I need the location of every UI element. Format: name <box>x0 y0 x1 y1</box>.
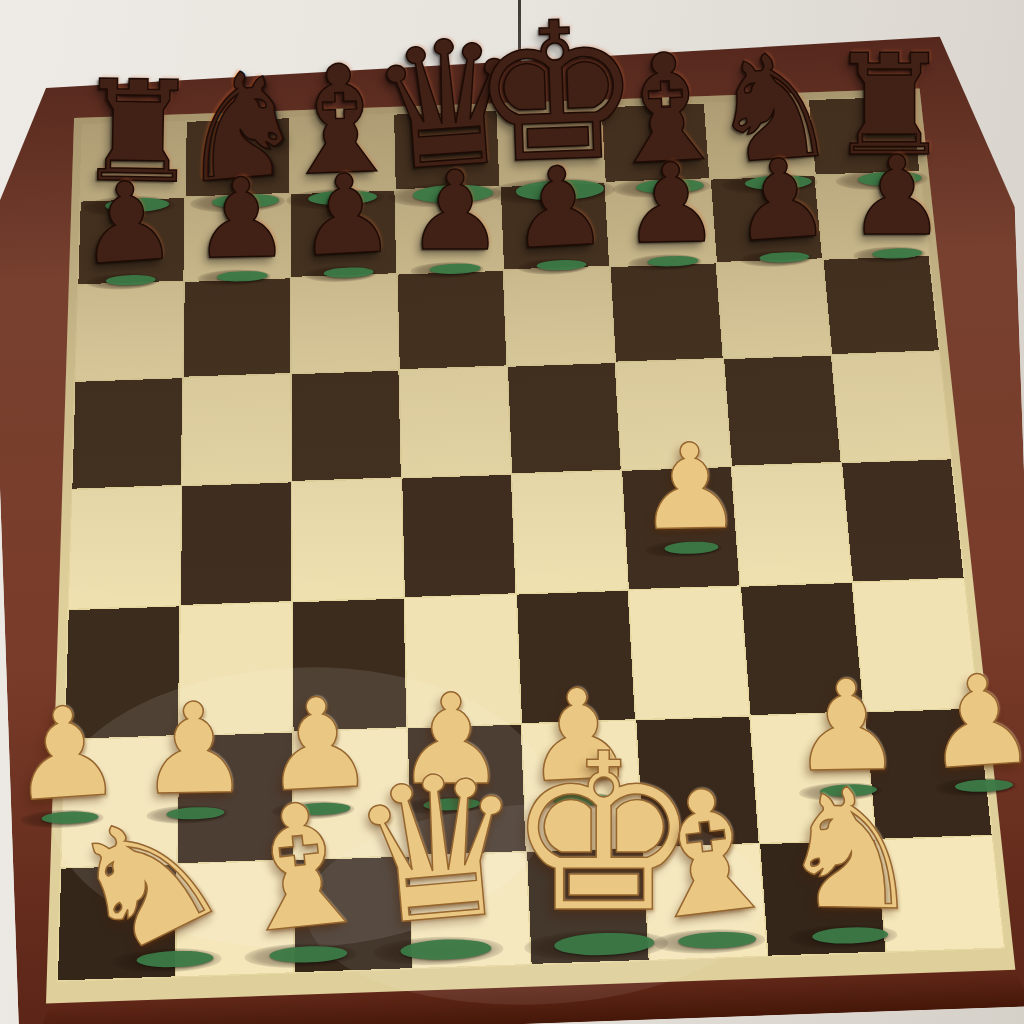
piece-black-pawn-c7[interactable]: ♟ <box>296 159 398 272</box>
square-e4[interactable] <box>511 470 628 594</box>
square-h6[interactable] <box>823 255 940 355</box>
white-bishop-glyph: ♝ <box>622 760 794 947</box>
white-knight-glyph: ♞ <box>776 767 927 935</box>
square-d5[interactable] <box>398 366 512 478</box>
black-pawn-glyph: ♟ <box>728 142 834 258</box>
white-pawn-glyph: ♟ <box>636 427 744 547</box>
piece-white-pawn-h2[interactable]: ♟ <box>923 657 1024 786</box>
piece-black-pawn-h7[interactable]: ♟ <box>844 140 946 253</box>
square-b6[interactable] <box>180 278 294 378</box>
black-pawn-glyph: ♟ <box>507 151 611 266</box>
square-b4[interactable] <box>176 482 296 606</box>
square-c6[interactable] <box>288 274 401 374</box>
square-h4[interactable] <box>841 458 964 582</box>
board-tilt-wrapper: ♜♞♝♛♚♝♞♜♟♟♟♟♟♟♟♟♟♟♟♟♟♟♟♟♞♝♛♚♝♞ <box>0 0 1024 1024</box>
piece-black-pawn-e7[interactable]: ♟ <box>508 152 610 265</box>
square-a4[interactable] <box>64 486 186 610</box>
black-pawn-glyph: ♟ <box>621 149 721 260</box>
square-f3[interactable] <box>628 586 750 720</box>
black-pawn-glyph: ♟ <box>191 164 291 275</box>
piece-black-pawn-g7[interactable]: ♟ <box>731 144 833 257</box>
square-c5[interactable] <box>288 370 403 482</box>
square-d6[interactable] <box>396 270 507 370</box>
black-pawn-glyph: ♟ <box>294 158 398 273</box>
black-pawn-glyph: ♟ <box>75 165 181 281</box>
piece-white-knight-g1[interactable]: ♞ <box>770 766 924 936</box>
square-a5[interactable] <box>68 377 187 489</box>
square-e5[interactable] <box>507 362 621 474</box>
square-g6[interactable] <box>716 259 831 359</box>
square-d4[interactable] <box>400 474 516 598</box>
black-pawn-glyph: ♟ <box>406 157 504 267</box>
black-pawn-glyph: ♟ <box>848 142 946 252</box>
photo-canvas: ♜♞♝♛♚♝♞♜♟♟♟♟♟♟♟♟♟♟♟♟♟♟♟♟♞♝♛♚♝♞ <box>0 0 1024 1024</box>
piece-black-pawn-d7[interactable]: ♟ <box>402 155 504 268</box>
square-a6[interactable] <box>71 281 187 381</box>
piece-white-pawn-f4[interactable]: ♟ <box>635 426 745 548</box>
square-c4[interactable] <box>288 478 406 602</box>
square-f6[interactable] <box>610 263 724 363</box>
piece-black-pawn-f7[interactable]: ♟ <box>620 148 722 261</box>
square-b5[interactable] <box>178 374 295 486</box>
piece-black-pawn-a7[interactable]: ♟ <box>78 167 180 280</box>
white-pawn-glyph: ♟ <box>920 655 1024 788</box>
square-g4[interactable] <box>731 462 852 586</box>
piece-black-pawn-b7[interactable]: ♟ <box>189 163 291 276</box>
square-e6[interactable] <box>503 266 615 366</box>
square-h5[interactable] <box>832 351 952 463</box>
piece-white-bishop-f1[interactable]: ♝ <box>635 766 793 941</box>
